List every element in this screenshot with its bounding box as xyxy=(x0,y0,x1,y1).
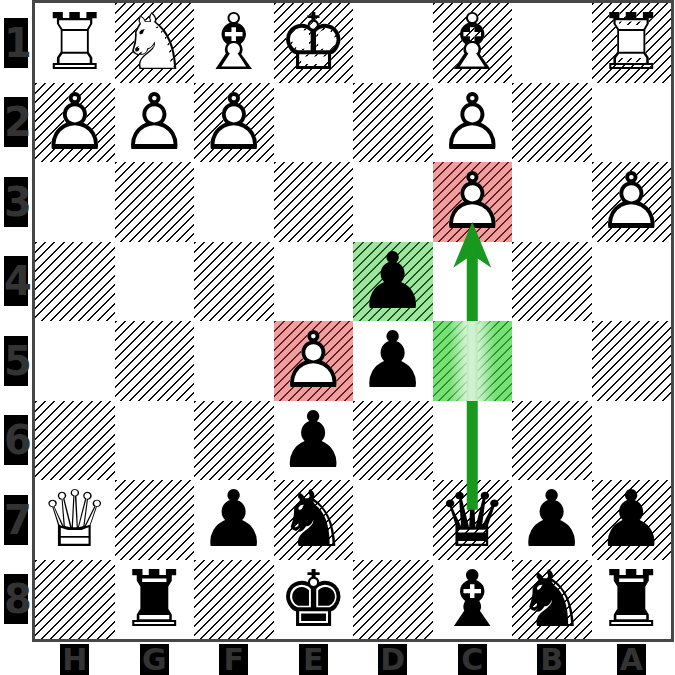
square-b4[interactable] xyxy=(512,242,592,322)
black-piece-glyph: ♞ xyxy=(274,480,354,560)
black-piece-glyph: ♞ xyxy=(512,560,592,640)
black-piece-glyph: ♜ xyxy=(592,560,672,640)
square-a8[interactable]: ♜ xyxy=(592,560,672,640)
rank-label-5: 5 xyxy=(4,336,28,386)
square-f7[interactable]: ♟ xyxy=(194,480,274,560)
piece-white-king-e1[interactable]: ♚♔ xyxy=(274,3,354,83)
square-h4[interactable] xyxy=(35,242,115,322)
square-h2[interactable]: ♟♙ xyxy=(35,83,115,163)
rank-label-6: 6 xyxy=(4,415,28,465)
white-piece-outline: ♔ xyxy=(274,3,354,83)
rank-label-1: 1 xyxy=(4,18,28,68)
piece-white-bishop-c1[interactable]: ♝♗ xyxy=(433,3,513,83)
square-d4[interactable]: ♟ xyxy=(353,242,433,322)
piece-black-pawn-d5[interactable]: ♟ xyxy=(353,321,433,401)
square-g2[interactable]: ♟♙ xyxy=(115,83,195,163)
square-a5[interactable] xyxy=(592,321,672,401)
square-h7[interactable]: ♛♕ xyxy=(35,480,115,560)
rank-label-8: 8 xyxy=(4,574,28,624)
piece-white-pawn-a3[interactable]: ♟♙ xyxy=(592,162,672,242)
square-h5[interactable] xyxy=(35,321,115,401)
white-piece-outline: ♙ xyxy=(194,83,274,163)
square-d5[interactable]: ♟ xyxy=(353,321,433,401)
black-piece-glyph: ♟ xyxy=(274,401,354,481)
chess-board: ♜♖♞♘♝♗♚♔♝♗♜♖♟♙♟♙♟♙♟♙♟♙♟♙♟♟♙♟♟♛♕♟♞♛♟♟♜♚♝♞… xyxy=(35,3,671,639)
square-e5[interactable]: ♟♙ xyxy=(274,321,354,401)
square-h6[interactable] xyxy=(35,401,115,481)
file-label-b: B xyxy=(537,644,566,675)
square-a4[interactable] xyxy=(592,242,672,322)
piece-black-knight-b8[interactable]: ♞ xyxy=(512,560,592,640)
piece-black-rook-g8[interactable]: ♜ xyxy=(115,560,195,640)
square-f3[interactable] xyxy=(194,162,274,242)
file-label-f: F xyxy=(219,644,248,675)
square-e2[interactable] xyxy=(274,83,354,163)
piece-white-pawn-c3[interactable]: ♟♙ xyxy=(433,162,513,242)
piece-black-pawn-a7[interactable]: ♟ xyxy=(592,480,672,560)
piece-black-pawn-e6[interactable]: ♟ xyxy=(274,401,354,481)
square-c6[interactable] xyxy=(433,401,513,481)
board-frame: ♜♖♞♘♝♗♚♔♝♗♜♖♟♙♟♙♟♙♟♙♟♙♟♙♟♟♙♟♟♛♕♟♞♛♟♟♜♚♝♞… xyxy=(32,0,674,642)
file-label-h: H xyxy=(60,644,89,675)
piece-white-rook-a1[interactable]: ♜♖ xyxy=(592,3,672,83)
piece-black-pawn-b7[interactable]: ♟ xyxy=(512,480,592,560)
square-e8[interactable]: ♚ xyxy=(274,560,354,640)
piece-white-rook-h1[interactable]: ♜♖ xyxy=(35,3,115,83)
square-a6[interactable] xyxy=(592,401,672,481)
square-h8[interactable] xyxy=(35,560,115,640)
piece-white-bishop-f1[interactable]: ♝♗ xyxy=(194,3,274,83)
rank-label-3: 3 xyxy=(4,177,28,227)
square-e4[interactable] xyxy=(274,242,354,322)
square-a7[interactable]: ♟ xyxy=(592,480,672,560)
square-b7[interactable]: ♟ xyxy=(512,480,592,560)
black-piece-glyph: ♟ xyxy=(592,480,672,560)
square-b5[interactable] xyxy=(512,321,592,401)
square-e7[interactable]: ♞ xyxy=(274,480,354,560)
square-b3[interactable] xyxy=(512,162,592,242)
square-e6[interactable]: ♟ xyxy=(274,401,354,481)
white-piece-outline: ♗ xyxy=(194,3,274,83)
square-h3[interactable] xyxy=(35,162,115,242)
file-label-d: D xyxy=(378,644,407,675)
square-f5[interactable] xyxy=(194,321,274,401)
square-c5[interactable] xyxy=(433,321,513,401)
square-f4[interactable] xyxy=(194,242,274,322)
piece-black-king-e8[interactable]: ♚ xyxy=(274,560,354,640)
square-c8[interactable]: ♝ xyxy=(433,560,513,640)
square-f1[interactable]: ♝♗ xyxy=(194,3,274,83)
square-c4[interactable] xyxy=(433,242,513,322)
square-f8[interactable] xyxy=(194,560,274,640)
square-d1[interactable] xyxy=(353,3,433,83)
square-c3[interactable]: ♟♙ xyxy=(433,162,513,242)
piece-black-knight-e7[interactable]: ♞ xyxy=(274,480,354,560)
white-piece-outline: ♙ xyxy=(433,162,513,242)
square-d8[interactable] xyxy=(353,560,433,640)
rank-label-4: 4 xyxy=(4,256,28,306)
square-d7[interactable] xyxy=(353,480,433,560)
piece-white-queen-h7[interactable]: ♛♕ xyxy=(35,480,115,560)
piece-white-knight-g1[interactable]: ♞♘ xyxy=(115,3,195,83)
square-g6[interactable] xyxy=(115,401,195,481)
square-a1[interactable]: ♜♖ xyxy=(592,3,672,83)
black-piece-glyph: ♝ xyxy=(433,560,513,640)
black-piece-glyph: ♟ xyxy=(512,480,592,560)
piece-black-queen-c7[interactable]: ♛ xyxy=(433,480,513,560)
square-c2[interactable]: ♟♙ xyxy=(433,83,513,163)
square-b6[interactable] xyxy=(512,401,592,481)
square-d2[interactable] xyxy=(353,83,433,163)
square-f6[interactable] xyxy=(194,401,274,481)
white-piece-outline: ♙ xyxy=(433,83,513,163)
white-piece-outline: ♙ xyxy=(592,162,672,242)
file-label-e: E xyxy=(299,644,328,675)
square-h1[interactable]: ♜♖ xyxy=(35,3,115,83)
square-g3[interactable] xyxy=(115,162,195,242)
square-g1[interactable]: ♞♘ xyxy=(115,3,195,83)
piece-white-pawn-e5[interactable]: ♟♙ xyxy=(274,321,354,401)
square-g4[interactable] xyxy=(115,242,195,322)
square-e1[interactable]: ♚♔ xyxy=(274,3,354,83)
square-b1[interactable] xyxy=(512,3,592,83)
piece-white-pawn-c2[interactable]: ♟♙ xyxy=(433,83,513,163)
white-piece-outline: ♙ xyxy=(115,83,195,163)
white-piece-outline: ♙ xyxy=(35,83,115,163)
black-piece-glyph: ♟ xyxy=(194,480,274,560)
rank-label-7: 7 xyxy=(4,495,28,545)
piece-white-pawn-g2[interactable]: ♟♙ xyxy=(115,83,195,163)
square-c7[interactable]: ♛ xyxy=(433,480,513,560)
chess-board-screenshot: ♜♖♞♘♝♗♚♔♝♗♜♖♟♙♟♙♟♙♟♙♟♙♟♙♟♟♙♟♟♛♕♟♞♛♟♟♜♚♝♞… xyxy=(0,0,675,675)
black-piece-glyph: ♜ xyxy=(115,560,195,640)
square-e3[interactable] xyxy=(274,162,354,242)
black-piece-glyph: ♟ xyxy=(353,242,433,322)
square-c1[interactable]: ♝♗ xyxy=(433,3,513,83)
file-label-c: C xyxy=(458,644,487,675)
piece-white-pawn-h2[interactable]: ♟♙ xyxy=(35,83,115,163)
piece-black-bishop-c8[interactable]: ♝ xyxy=(433,560,513,640)
square-g5[interactable] xyxy=(115,321,195,401)
square-d3[interactable] xyxy=(353,162,433,242)
square-g7[interactable] xyxy=(115,480,195,560)
white-piece-outline: ♗ xyxy=(433,3,513,83)
rank-label-2: 2 xyxy=(4,97,28,147)
white-piece-outline: ♖ xyxy=(592,3,672,83)
square-a2[interactable] xyxy=(592,83,672,163)
square-a3[interactable]: ♟♙ xyxy=(592,162,672,242)
black-piece-glyph: ♛ xyxy=(433,480,513,560)
square-g8[interactable]: ♜ xyxy=(115,560,195,640)
square-f2[interactable]: ♟♙ xyxy=(194,83,274,163)
piece-black-rook-a8[interactable]: ♜ xyxy=(592,560,672,640)
file-label-g: G xyxy=(140,644,169,675)
piece-black-pawn-d4[interactable]: ♟ xyxy=(353,242,433,322)
black-piece-glyph: ♟ xyxy=(353,321,433,401)
black-piece-glyph: ♚ xyxy=(274,560,354,640)
piece-black-pawn-f7[interactable]: ♟ xyxy=(194,480,274,560)
piece-white-pawn-f2[interactable]: ♟♙ xyxy=(194,83,274,163)
file-label-a: A xyxy=(617,644,646,675)
square-b8[interactable]: ♞ xyxy=(512,560,592,640)
white-piece-outline: ♘ xyxy=(115,3,195,83)
white-piece-outline: ♖ xyxy=(35,3,115,83)
white-piece-outline: ♙ xyxy=(274,321,354,401)
square-d6[interactable] xyxy=(353,401,433,481)
square-b2[interactable] xyxy=(512,83,592,163)
white-piece-outline: ♕ xyxy=(35,480,115,560)
